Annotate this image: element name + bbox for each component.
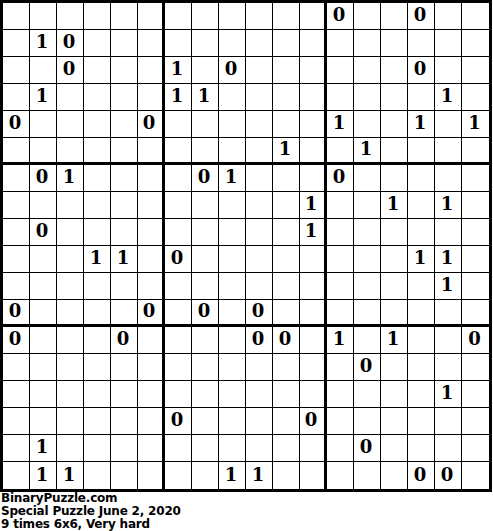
empty-cell-r14c3[interactable] xyxy=(84,381,111,408)
empty-cell-r12c5[interactable] xyxy=(138,327,165,354)
empty-cell-r1c8[interactable] xyxy=(219,30,246,57)
empty-cell-r17c4[interactable] xyxy=(111,462,138,489)
given-cell-r4c17: 1 xyxy=(462,111,489,138)
empty-cell-r16c8[interactable] xyxy=(219,435,246,462)
given-cell-r11c5: 0 xyxy=(138,300,165,327)
empty-cell-r16c3[interactable] xyxy=(84,435,111,462)
empty-cell-r5c7[interactable] xyxy=(192,138,219,165)
given-cell-r12c9: 0 xyxy=(246,327,273,354)
empty-cell-r10c17[interactable] xyxy=(462,273,489,300)
empty-cell-r9c1[interactable] xyxy=(30,246,57,273)
given-cell-r16c1: 1 xyxy=(30,435,57,462)
empty-cell-r16c0[interactable] xyxy=(3,435,30,462)
empty-cell-r13c6[interactable] xyxy=(165,354,192,381)
empty-cell-r1c7[interactable] xyxy=(192,30,219,57)
empty-cell-r9c0[interactable] xyxy=(3,246,30,273)
empty-cell-r6c0[interactable] xyxy=(3,165,30,192)
binary-puzzle-board: 0010010011110011111010101110111011100000… xyxy=(0,0,492,492)
empty-cell-r1c4[interactable] xyxy=(111,30,138,57)
empty-cell-r14c10[interactable] xyxy=(273,381,300,408)
empty-cell-r4c9[interactable] xyxy=(246,111,273,138)
empty-cell-r8c16[interactable] xyxy=(435,219,462,246)
empty-cell-r12c11[interactable] xyxy=(300,327,327,354)
empty-cell-r0c7[interactable] xyxy=(192,3,219,30)
empty-cell-r9c5[interactable] xyxy=(138,246,165,273)
empty-cell-r8c0[interactable] xyxy=(3,219,30,246)
empty-cell-r9c8[interactable] xyxy=(219,246,246,273)
empty-cell-r1c14[interactable] xyxy=(381,30,408,57)
empty-cell-r10c6[interactable] xyxy=(165,273,192,300)
empty-cell-r17c17[interactable] xyxy=(462,462,489,489)
empty-cell-r8c15[interactable] xyxy=(408,219,435,246)
empty-cell-r4c10[interactable] xyxy=(273,111,300,138)
empty-cell-r6c9[interactable] xyxy=(246,165,273,192)
given-cell-r9c15: 1 xyxy=(408,246,435,273)
empty-cell-r7c7[interactable] xyxy=(192,192,219,219)
empty-cell-r15c10[interactable] xyxy=(273,408,300,435)
empty-cell-r17c3[interactable] xyxy=(84,462,111,489)
empty-cell-r15c0[interactable] xyxy=(3,408,30,435)
empty-cell-r8c5[interactable] xyxy=(138,219,165,246)
empty-cell-r0c6[interactable] xyxy=(165,3,192,30)
empty-cell-r9c9[interactable] xyxy=(246,246,273,273)
empty-cell-r4c1[interactable] xyxy=(30,111,57,138)
empty-cell-r6c16[interactable] xyxy=(435,165,462,192)
empty-cell-r5c6[interactable] xyxy=(165,138,192,165)
empty-cell-r8c9[interactable] xyxy=(246,219,273,246)
empty-cell-r7c4[interactable] xyxy=(111,192,138,219)
empty-cell-r0c4[interactable] xyxy=(111,3,138,30)
empty-cell-r14c9[interactable] xyxy=(246,381,273,408)
empty-cell-r1c10[interactable] xyxy=(273,30,300,57)
empty-cell-r1c9[interactable] xyxy=(246,30,273,57)
empty-cell-r5c3[interactable] xyxy=(84,138,111,165)
empty-cell-r14c5[interactable] xyxy=(138,381,165,408)
given-cell-r2c8: 0 xyxy=(219,57,246,84)
given-cell-r17c1: 1 xyxy=(30,462,57,489)
empty-cell-r13c5[interactable] xyxy=(138,354,165,381)
empty-cell-r13c1[interactable] xyxy=(30,354,57,381)
empty-cell-r2c1[interactable] xyxy=(30,57,57,84)
empty-cell-r14c17[interactable] xyxy=(462,381,489,408)
empty-cell-r10c8[interactable] xyxy=(219,273,246,300)
empty-cell-r13c11[interactable] xyxy=(300,354,327,381)
empty-cell-r4c4[interactable] xyxy=(111,111,138,138)
empty-cell-r17c6[interactable] xyxy=(165,462,192,489)
empty-cell-r9c2[interactable] xyxy=(57,246,84,273)
empty-cell-r9c10[interactable] xyxy=(273,246,300,273)
empty-cell-r17c0[interactable] xyxy=(3,462,30,489)
empty-cell-r2c10[interactable] xyxy=(273,57,300,84)
empty-cell-r0c5[interactable] xyxy=(138,3,165,30)
empty-cell-r5c9[interactable] xyxy=(246,138,273,165)
empty-cell-r10c10[interactable] xyxy=(273,273,300,300)
empty-cell-r13c4[interactable] xyxy=(111,354,138,381)
empty-cell-r11c17[interactable] xyxy=(462,300,489,327)
empty-cell-r6c17[interactable] xyxy=(462,165,489,192)
empty-cell-r4c3[interactable] xyxy=(84,111,111,138)
empty-cell-r16c10[interactable] xyxy=(273,435,300,462)
empty-cell-r11c14[interactable] xyxy=(381,300,408,327)
empty-cell-r8c8[interactable] xyxy=(219,219,246,246)
empty-cell-r11c8[interactable] xyxy=(219,300,246,327)
empty-cell-r2c4[interactable] xyxy=(111,57,138,84)
puzzle-spec: 9 times 6x6, Very hard xyxy=(1,518,493,531)
empty-cell-r16c17[interactable] xyxy=(462,435,489,462)
empty-cell-r3c5[interactable] xyxy=(138,84,165,111)
empty-cell-r12c15[interactable] xyxy=(408,327,435,354)
empty-cell-r16c5[interactable] xyxy=(138,435,165,462)
empty-cell-r11c13[interactable] xyxy=(354,300,381,327)
empty-cell-r16c14[interactable] xyxy=(381,435,408,462)
empty-cell-r6c14[interactable] xyxy=(381,165,408,192)
empty-cell-r6c15[interactable] xyxy=(408,165,435,192)
empty-cell-r4c7[interactable] xyxy=(192,111,219,138)
empty-cell-r2c17[interactable] xyxy=(462,57,489,84)
given-cell-r7c11: 1 xyxy=(300,192,327,219)
empty-cell-r0c14[interactable] xyxy=(381,3,408,30)
empty-cell-r17c13[interactable] xyxy=(354,462,381,489)
empty-cell-r3c4[interactable] xyxy=(111,84,138,111)
empty-cell-r3c13[interactable] xyxy=(354,84,381,111)
empty-cell-r1c5[interactable] xyxy=(138,30,165,57)
empty-cell-r15c1[interactable] xyxy=(30,408,57,435)
empty-cell-r5c16[interactable] xyxy=(435,138,462,165)
empty-cell-r8c17[interactable] xyxy=(462,219,489,246)
empty-cell-r12c8[interactable] xyxy=(219,327,246,354)
empty-cell-r11c10[interactable] xyxy=(273,300,300,327)
empty-cell-r11c6[interactable] xyxy=(165,300,192,327)
empty-cell-r2c12[interactable] xyxy=(327,57,354,84)
empty-cell-r2c14[interactable] xyxy=(381,57,408,84)
empty-cell-r7c1[interactable] xyxy=(30,192,57,219)
empty-cell-r15c17[interactable] xyxy=(462,408,489,435)
empty-cell-r7c2[interactable] xyxy=(57,192,84,219)
empty-cell-r6c5[interactable] xyxy=(138,165,165,192)
empty-cell-r0c0[interactable] xyxy=(3,3,30,30)
empty-cell-r7c6[interactable] xyxy=(165,192,192,219)
empty-cell-r4c16[interactable] xyxy=(435,111,462,138)
empty-cell-r11c3[interactable] xyxy=(84,300,111,327)
empty-cell-r6c13[interactable] xyxy=(354,165,381,192)
empty-cell-r15c16[interactable] xyxy=(435,408,462,435)
empty-cell-r0c11[interactable] xyxy=(300,3,327,30)
empty-cell-r9c11[interactable] xyxy=(300,246,327,273)
empty-cell-r12c2[interactable] xyxy=(57,327,84,354)
empty-cell-r2c9[interactable] xyxy=(246,57,273,84)
empty-cell-r14c13[interactable] xyxy=(354,381,381,408)
empty-cell-r10c1[interactable] xyxy=(30,273,57,300)
empty-cell-r9c7[interactable] xyxy=(192,246,219,273)
empty-cell-r17c7[interactable] xyxy=(192,462,219,489)
empty-cell-r15c9[interactable] xyxy=(246,408,273,435)
empty-cell-r3c14[interactable] xyxy=(381,84,408,111)
empty-cell-r5c11[interactable] xyxy=(300,138,327,165)
empty-cell-r10c0[interactable] xyxy=(3,273,30,300)
empty-cell-r1c11[interactable] xyxy=(300,30,327,57)
empty-cell-r17c12[interactable] xyxy=(327,462,354,489)
empty-cell-r7c8[interactable] xyxy=(219,192,246,219)
given-cell-r7c16: 1 xyxy=(435,192,462,219)
empty-cell-r14c12[interactable] xyxy=(327,381,354,408)
empty-cell-r12c7[interactable] xyxy=(192,327,219,354)
empty-cell-r15c3[interactable] xyxy=(84,408,111,435)
empty-cell-r5c17[interactable] xyxy=(462,138,489,165)
empty-cell-r15c15[interactable] xyxy=(408,408,435,435)
given-cell-r4c5: 0 xyxy=(138,111,165,138)
empty-cell-r15c12[interactable] xyxy=(327,408,354,435)
given-cell-r12c12: 1 xyxy=(327,327,354,354)
empty-cell-r6c3[interactable] xyxy=(84,165,111,192)
empty-cell-r14c8[interactable] xyxy=(219,381,246,408)
empty-cell-r11c2[interactable] xyxy=(57,300,84,327)
empty-cell-r13c0[interactable] xyxy=(3,354,30,381)
empty-cell-r0c3[interactable] xyxy=(84,3,111,30)
given-cell-r17c16: 0 xyxy=(435,462,462,489)
empty-cell-r13c14[interactable] xyxy=(381,354,408,381)
empty-cell-r15c14[interactable] xyxy=(381,408,408,435)
given-cell-r16c13: 0 xyxy=(354,435,381,462)
given-cell-r1c2: 0 xyxy=(57,30,84,57)
empty-cell-r11c12[interactable] xyxy=(327,300,354,327)
empty-cell-r15c4[interactable] xyxy=(111,408,138,435)
empty-cell-r5c8[interactable] xyxy=(219,138,246,165)
empty-cell-r16c4[interactable] xyxy=(111,435,138,462)
empty-cell-r7c15[interactable] xyxy=(408,192,435,219)
empty-cell-r7c17[interactable] xyxy=(462,192,489,219)
empty-cell-r0c9[interactable] xyxy=(246,3,273,30)
empty-cell-r10c5[interactable] xyxy=(138,273,165,300)
empty-cell-r1c15[interactable] xyxy=(408,30,435,57)
empty-cell-r7c12[interactable] xyxy=(327,192,354,219)
empty-cell-r8c6[interactable] xyxy=(165,219,192,246)
given-cell-r12c4: 0 xyxy=(111,327,138,354)
empty-cell-r3c3[interactable] xyxy=(84,84,111,111)
empty-cell-r0c16[interactable] xyxy=(435,3,462,30)
empty-cell-r10c2[interactable] xyxy=(57,273,84,300)
empty-cell-r9c14[interactable] xyxy=(381,246,408,273)
empty-cell-r11c15[interactable] xyxy=(408,300,435,327)
empty-cell-r10c11[interactable] xyxy=(300,273,327,300)
empty-cell-r7c0[interactable] xyxy=(3,192,30,219)
empty-cell-r8c2[interactable] xyxy=(57,219,84,246)
empty-cell-r13c10[interactable] xyxy=(273,354,300,381)
empty-cell-r0c17[interactable] xyxy=(462,3,489,30)
given-cell-r4c0: 0 xyxy=(3,111,30,138)
empty-cell-r12c6[interactable] xyxy=(165,327,192,354)
empty-cell-r2c11[interactable] xyxy=(300,57,327,84)
empty-cell-r8c13[interactable] xyxy=(354,219,381,246)
empty-cell-r10c7[interactable] xyxy=(192,273,219,300)
given-cell-r6c2: 1 xyxy=(57,165,84,192)
empty-cell-r2c7[interactable] xyxy=(192,57,219,84)
empty-cell-r15c5[interactable] xyxy=(138,408,165,435)
empty-cell-r12c3[interactable] xyxy=(84,327,111,354)
given-cell-r9c6: 0 xyxy=(165,246,192,273)
empty-cell-r11c4[interactable] xyxy=(111,300,138,327)
empty-cell-r1c17[interactable] xyxy=(462,30,489,57)
empty-cell-r15c8[interactable] xyxy=(219,408,246,435)
empty-cell-r13c9[interactable] xyxy=(246,354,273,381)
empty-cell-r3c2[interactable] xyxy=(57,84,84,111)
given-cell-r5c10: 1 xyxy=(273,138,300,165)
empty-cell-r16c2[interactable] xyxy=(57,435,84,462)
empty-cell-r11c11[interactable] xyxy=(300,300,327,327)
empty-cell-r1c3[interactable] xyxy=(84,30,111,57)
empty-cell-r14c11[interactable] xyxy=(300,381,327,408)
empty-cell-r16c11[interactable] xyxy=(300,435,327,462)
empty-cell-r5c5[interactable] xyxy=(138,138,165,165)
empty-cell-r7c10[interactable] xyxy=(273,192,300,219)
empty-cell-r3c15[interactable] xyxy=(408,84,435,111)
empty-cell-r14c6[interactable] xyxy=(165,381,192,408)
empty-cell-r4c2[interactable] xyxy=(57,111,84,138)
empty-cell-r16c7[interactable] xyxy=(192,435,219,462)
empty-cell-r16c12[interactable] xyxy=(327,435,354,462)
empty-cell-r10c9[interactable] xyxy=(246,273,273,300)
empty-cell-r16c9[interactable] xyxy=(246,435,273,462)
given-cell-r14c16: 1 xyxy=(435,381,462,408)
given-cell-r6c8: 1 xyxy=(219,165,246,192)
empty-cell-r3c10[interactable] xyxy=(273,84,300,111)
empty-cell-r17c11[interactable] xyxy=(300,462,327,489)
empty-cell-r12c16[interactable] xyxy=(435,327,462,354)
given-cell-r3c7: 1 xyxy=(192,84,219,111)
empty-cell-r17c10[interactable] xyxy=(273,462,300,489)
given-cell-r1c1: 1 xyxy=(30,30,57,57)
empty-cell-r5c15[interactable] xyxy=(408,138,435,165)
given-cell-r9c4: 1 xyxy=(111,246,138,273)
empty-cell-r6c10[interactable] xyxy=(273,165,300,192)
empty-cell-r13c16[interactable] xyxy=(435,354,462,381)
empty-cell-r12c13[interactable] xyxy=(354,327,381,354)
empty-cell-r4c13[interactable] xyxy=(354,111,381,138)
empty-cell-r17c5[interactable] xyxy=(138,462,165,489)
empty-cell-r5c1[interactable] xyxy=(30,138,57,165)
empty-cell-r1c6[interactable] xyxy=(165,30,192,57)
empty-cell-r10c4[interactable] xyxy=(111,273,138,300)
empty-cell-r14c7[interactable] xyxy=(192,381,219,408)
given-cell-r11c7: 0 xyxy=(192,300,219,327)
empty-cell-r3c0[interactable] xyxy=(3,84,30,111)
empty-cell-r14c14[interactable] xyxy=(381,381,408,408)
empty-cell-r8c12[interactable] xyxy=(327,219,354,246)
empty-cell-r0c1[interactable] xyxy=(30,3,57,30)
empty-cell-r3c12[interactable] xyxy=(327,84,354,111)
empty-cell-r0c10[interactable] xyxy=(273,3,300,30)
empty-cell-r4c11[interactable] xyxy=(300,111,327,138)
empty-cell-r3c8[interactable] xyxy=(219,84,246,111)
empty-cell-r4c6[interactable] xyxy=(165,111,192,138)
empty-cell-r5c2[interactable] xyxy=(57,138,84,165)
empty-cell-r17c14[interactable] xyxy=(381,462,408,489)
empty-cell-r1c16[interactable] xyxy=(435,30,462,57)
empty-cell-r1c12[interactable] xyxy=(327,30,354,57)
empty-cell-r11c16[interactable] xyxy=(435,300,462,327)
given-cell-r8c1: 0 xyxy=(30,219,57,246)
empty-cell-r10c12[interactable] xyxy=(327,273,354,300)
empty-cell-r7c9[interactable] xyxy=(246,192,273,219)
empty-cell-r10c13[interactable] xyxy=(354,273,381,300)
empty-cell-r13c12[interactable] xyxy=(327,354,354,381)
empty-cell-r14c0[interactable] xyxy=(3,381,30,408)
empty-cell-r8c4[interactable] xyxy=(111,219,138,246)
empty-cell-r7c13[interactable] xyxy=(354,192,381,219)
empty-cell-r8c3[interactable] xyxy=(84,219,111,246)
empty-cell-r8c14[interactable] xyxy=(381,219,408,246)
empty-cell-r6c4[interactable] xyxy=(111,165,138,192)
empty-cell-r2c13[interactable] xyxy=(354,57,381,84)
empty-cell-r3c9[interactable] xyxy=(246,84,273,111)
empty-cell-r13c7[interactable] xyxy=(192,354,219,381)
empty-cell-r2c5[interactable] xyxy=(138,57,165,84)
empty-cell-r14c2[interactable] xyxy=(57,381,84,408)
empty-cell-r6c11[interactable] xyxy=(300,165,327,192)
empty-cell-r15c2[interactable] xyxy=(57,408,84,435)
empty-cell-r13c3[interactable] xyxy=(84,354,111,381)
empty-cell-r2c3[interactable] xyxy=(84,57,111,84)
empty-cell-r9c12[interactable] xyxy=(327,246,354,273)
given-cell-r6c12: 0 xyxy=(327,165,354,192)
empty-cell-r1c13[interactable] xyxy=(354,30,381,57)
empty-cell-r10c15[interactable] xyxy=(408,273,435,300)
empty-cell-r0c2[interactable] xyxy=(57,3,84,30)
page: 0010010011110011111010101110111011100000… xyxy=(0,0,493,531)
empty-cell-r14c15[interactable] xyxy=(408,381,435,408)
empty-cell-r1c0[interactable] xyxy=(3,30,30,57)
given-cell-r0c12: 0 xyxy=(327,3,354,30)
empty-cell-r10c14[interactable] xyxy=(381,273,408,300)
empty-cell-r0c8[interactable] xyxy=(219,3,246,30)
empty-cell-r13c8[interactable] xyxy=(219,354,246,381)
empty-cell-r10c3[interactable] xyxy=(84,273,111,300)
empty-cell-r13c15[interactable] xyxy=(408,354,435,381)
empty-cell-r15c13[interactable] xyxy=(354,408,381,435)
empty-cell-r7c5[interactable] xyxy=(138,192,165,219)
empty-cell-r2c16[interactable] xyxy=(435,57,462,84)
empty-cell-r3c11[interactable] xyxy=(300,84,327,111)
empty-cell-r9c13[interactable] xyxy=(354,246,381,273)
empty-cell-r16c15[interactable] xyxy=(408,435,435,462)
empty-cell-r14c4[interactable] xyxy=(111,381,138,408)
empty-cell-r5c0[interactable] xyxy=(3,138,30,165)
empty-cell-r16c6[interactable] xyxy=(165,435,192,462)
given-cell-r11c0: 0 xyxy=(3,300,30,327)
empty-cell-r5c4[interactable] xyxy=(111,138,138,165)
empty-cell-r3c17[interactable] xyxy=(462,84,489,111)
empty-cell-r7c3[interactable] xyxy=(84,192,111,219)
empty-cell-r15c7[interactable] xyxy=(192,408,219,435)
empty-cell-r6c6[interactable] xyxy=(165,165,192,192)
empty-cell-r4c14[interactable] xyxy=(381,111,408,138)
empty-cell-r13c17[interactable] xyxy=(462,354,489,381)
empty-cell-r5c12[interactable] xyxy=(327,138,354,165)
empty-cell-r9c17[interactable] xyxy=(462,246,489,273)
empty-cell-r0c13[interactable] xyxy=(354,3,381,30)
empty-cell-r13c2[interactable] xyxy=(57,354,84,381)
given-cell-r3c1: 1 xyxy=(30,84,57,111)
empty-cell-r4c8[interactable] xyxy=(219,111,246,138)
empty-cell-r5c14[interactable] xyxy=(381,138,408,165)
empty-cell-r8c10[interactable] xyxy=(273,219,300,246)
empty-cell-r14c1[interactable] xyxy=(30,381,57,408)
empty-cell-r12c1[interactable] xyxy=(30,327,57,354)
given-cell-r4c12: 1 xyxy=(327,111,354,138)
empty-cell-r11c1[interactable] xyxy=(30,300,57,327)
empty-cell-r16c16[interactable] xyxy=(435,435,462,462)
empty-cell-r8c7[interactable] xyxy=(192,219,219,246)
empty-cell-r2c0[interactable] xyxy=(3,57,30,84)
